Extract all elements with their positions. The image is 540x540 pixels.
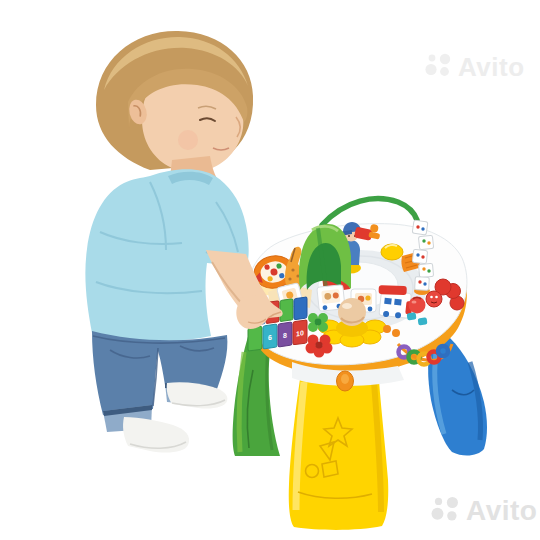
leg-knob xyxy=(337,371,354,391)
product-photo: 6 8 10 xyxy=(0,0,540,540)
watermark-text: Avito xyxy=(466,497,537,525)
avito-watermark-bottom: Avito xyxy=(430,495,537,526)
apple-button xyxy=(409,297,426,314)
child-sock-right xyxy=(167,382,228,408)
avito-logo-icon xyxy=(424,52,454,81)
table-leg-blue xyxy=(428,338,487,456)
piano-key-mark: 6 xyxy=(268,334,272,342)
watermark-text: Avito xyxy=(458,54,525,80)
avito-watermark-top: Avito xyxy=(424,52,525,81)
bead-wire xyxy=(322,199,417,225)
child-cheek xyxy=(178,130,198,150)
dome-button xyxy=(381,244,403,260)
piano-key-mark: 8 xyxy=(283,332,287,340)
avito-logo-icon xyxy=(430,495,462,526)
table-leg-yellow xyxy=(289,366,389,530)
activity-table: 6 8 10 xyxy=(233,199,487,530)
child-figure xyxy=(85,31,253,453)
piano-key-mark: 10 xyxy=(296,329,304,337)
child-sock-left xyxy=(123,417,189,453)
